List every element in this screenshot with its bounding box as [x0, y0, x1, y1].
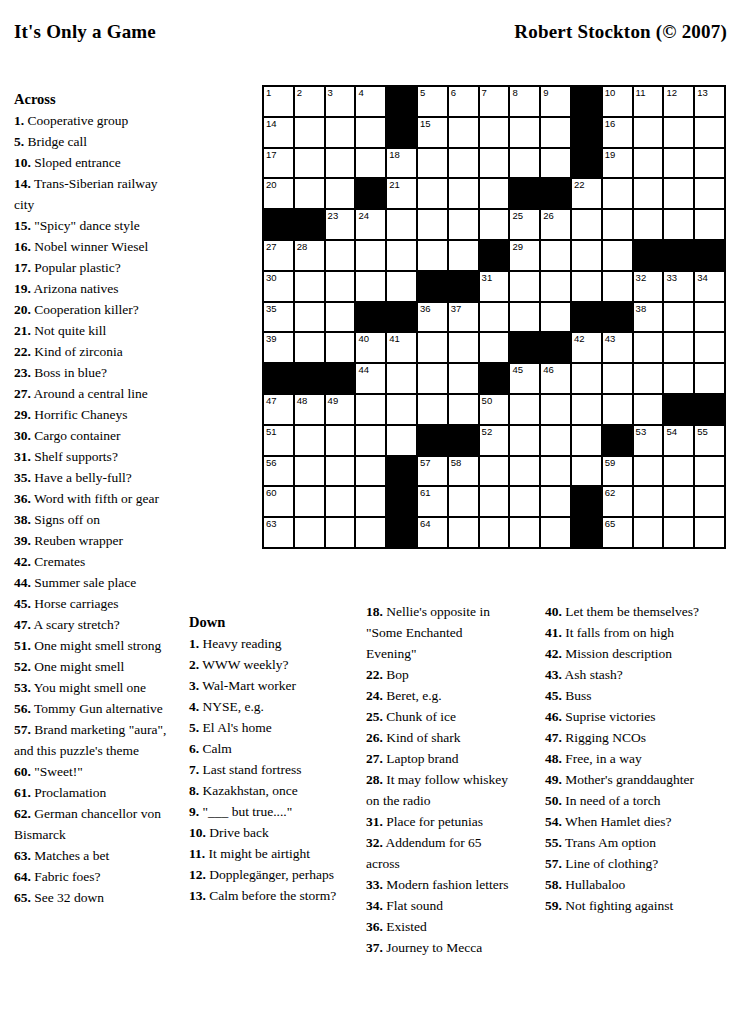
clue-number: 1. — [14, 113, 24, 128]
white-cell[interactable] — [387, 272, 416, 301]
white-cell[interactable] — [356, 487, 385, 516]
white-cell[interactable] — [387, 395, 416, 424]
clue-item: 56. Tommy Gun alternative — [14, 698, 169, 719]
clue-item: 28. It may follow whiskey on the radio — [366, 769, 516, 811]
clue-number: 6. — [189, 741, 199, 756]
clue-item: 33. Modern fashion letters — [366, 874, 516, 895]
white-cell[interactable]: 14 — [264, 118, 293, 147]
clue-text: Calm before the storm? — [209, 888, 336, 903]
white-cell[interactable] — [387, 241, 416, 270]
clue-number: 21. — [14, 323, 31, 338]
clue-text: Let them be themselves? — [565, 604, 699, 619]
white-cell[interactable] — [510, 395, 539, 424]
white-cell[interactable]: 59 — [603, 457, 632, 486]
black-cell — [387, 457, 416, 486]
white-cell[interactable]: 28 — [295, 241, 324, 270]
white-cell[interactable] — [510, 426, 539, 455]
black-cell — [418, 272, 447, 301]
clue-text: Cargo container — [34, 428, 120, 443]
cell-number: 4 — [358, 87, 363, 98]
white-cell[interactable]: 5 — [418, 87, 447, 116]
white-cell[interactable] — [541, 518, 570, 547]
black-cell — [326, 364, 355, 393]
white-cell[interactable] — [480, 487, 509, 516]
white-cell[interactable]: 24 — [356, 210, 385, 239]
cell-number: 54 — [666, 426, 677, 437]
clue-item: 2. WWW weekly? — [189, 654, 339, 675]
black-cell — [264, 210, 293, 239]
white-cell[interactable] — [356, 395, 385, 424]
white-cell[interactable]: 17 — [264, 149, 293, 178]
black-cell — [572, 87, 601, 116]
white-cell[interactable] — [480, 179, 509, 208]
white-cell[interactable]: 21 — [387, 179, 416, 208]
clue-text: Not fighting against — [565, 898, 673, 913]
white-cell[interactable] — [634, 118, 663, 147]
black-cell — [480, 364, 509, 393]
clue-number: 62. — [14, 806, 31, 821]
white-cell[interactable] — [356, 241, 385, 270]
white-cell[interactable] — [572, 426, 601, 455]
white-cell[interactable] — [295, 149, 324, 178]
white-cell[interactable] — [510, 118, 539, 147]
white-cell[interactable]: 22 — [572, 179, 601, 208]
white-cell[interactable] — [541, 426, 570, 455]
white-cell[interactable] — [295, 457, 324, 486]
clue-number: 48. — [545, 751, 562, 766]
white-cell[interactable] — [541, 272, 570, 301]
clue-text: Kazakhstan, once — [203, 783, 298, 798]
white-cell[interactable] — [449, 149, 478, 178]
white-cell[interactable] — [449, 118, 478, 147]
white-cell[interactable] — [356, 272, 385, 301]
white-cell[interactable] — [326, 457, 355, 486]
clue-number: 36. — [366, 919, 383, 934]
clue-text: It falls from on high — [565, 625, 674, 640]
white-cell[interactable]: 16 — [603, 118, 632, 147]
down-clues-column-2: 18. Nellie's opposite in "Some Enchanted… — [366, 601, 516, 958]
white-cell[interactable] — [387, 364, 416, 393]
white-cell[interactable] — [295, 333, 324, 362]
white-cell[interactable]: 2 — [295, 87, 324, 116]
cell-number: 11 — [636, 87, 646, 98]
white-cell[interactable] — [695, 457, 724, 486]
clue-text: Nobel winner Wiesel — [34, 239, 148, 254]
white-cell[interactable] — [326, 426, 355, 455]
white-cell[interactable] — [326, 518, 355, 547]
white-cell[interactable]: 35 — [264, 303, 293, 332]
white-cell[interactable]: 29 — [510, 241, 539, 270]
white-cell[interactable] — [664, 118, 693, 147]
white-cell[interactable] — [418, 241, 447, 270]
white-cell[interactable] — [449, 333, 478, 362]
clue-item: 36. Word with fifth or gear — [14, 488, 169, 509]
white-cell[interactable]: 51 — [264, 426, 293, 455]
white-cell[interactable]: 49 — [326, 395, 355, 424]
white-cell[interactable] — [418, 179, 447, 208]
white-cell[interactable]: 19 — [603, 149, 632, 178]
white-cell[interactable] — [480, 518, 509, 547]
white-cell[interactable]: 50 — [480, 395, 509, 424]
clue-text: It may follow whiskey on the radio — [366, 772, 508, 808]
white-cell[interactable] — [449, 241, 478, 270]
white-cell[interactable]: 32 — [634, 272, 663, 301]
clue-text: El Al's home — [203, 720, 272, 735]
white-cell[interactable]: 10 — [603, 87, 632, 116]
clue-number: 16. — [14, 239, 31, 254]
clue-item: 38. Signs off on — [14, 509, 169, 530]
white-cell[interactable]: 3 — [326, 87, 355, 116]
clue-item: 22. Bop — [366, 664, 516, 685]
clue-item: 8. Kazakhstan, once — [189, 780, 339, 801]
white-cell[interactable] — [664, 149, 693, 178]
clue-number: 13. — [189, 888, 206, 903]
clue-number: 19. — [14, 281, 31, 296]
white-cell[interactable] — [418, 364, 447, 393]
white-cell[interactable]: 48 — [295, 395, 324, 424]
cell-number: 42 — [574, 333, 585, 344]
white-cell[interactable] — [541, 149, 570, 178]
white-cell[interactable]: 31 — [480, 272, 509, 301]
clue-item: 3. Wal-Mart worker — [189, 675, 339, 696]
white-cell[interactable] — [295, 487, 324, 516]
clue-number: 24. — [366, 688, 383, 703]
clue-text: "Sweet!" — [34, 764, 83, 779]
white-cell[interactable]: 45 — [510, 364, 539, 393]
clue-item: 60. "Sweet!" — [14, 761, 169, 782]
white-cell[interactable]: 60 — [264, 487, 293, 516]
white-cell[interactable] — [295, 118, 324, 147]
black-cell — [449, 426, 478, 455]
white-cell[interactable] — [664, 487, 693, 516]
cell-number: 24 — [358, 210, 369, 221]
white-cell[interactable] — [326, 272, 355, 301]
white-cell[interactable] — [356, 118, 385, 147]
white-cell[interactable] — [449, 210, 478, 239]
down-clues-column-3: 40. Let them be themselves?41. It falls … — [545, 601, 717, 916]
white-cell[interactable]: 54 — [664, 426, 693, 455]
cell-number: 64 — [420, 518, 431, 529]
white-cell[interactable] — [295, 272, 324, 301]
crossword-grid: 1234567891011121314151617181920212223242… — [262, 85, 726, 549]
clue-text: "Spicy" dance style — [34, 218, 140, 233]
white-cell[interactable]: 13 — [695, 87, 724, 116]
white-cell[interactable] — [664, 210, 693, 239]
white-cell[interactable] — [603, 272, 632, 301]
white-cell[interactable] — [418, 395, 447, 424]
white-cell[interactable] — [326, 149, 355, 178]
white-cell[interactable] — [510, 149, 539, 178]
white-cell[interactable]: 4 — [356, 87, 385, 116]
black-cell — [387, 487, 416, 516]
black-cell — [418, 426, 447, 455]
clue-number: 14. — [14, 176, 31, 191]
clue-item: 10. Drive back — [189, 822, 339, 843]
white-cell[interactable]: 47 — [264, 395, 293, 424]
white-cell[interactable] — [664, 179, 693, 208]
white-cell[interactable]: 18 — [387, 149, 416, 178]
white-cell[interactable] — [664, 333, 693, 362]
white-cell[interactable]: 20 — [264, 179, 293, 208]
white-cell[interactable] — [510, 303, 539, 332]
white-cell[interactable] — [664, 364, 693, 393]
clue-item: 11. It might be airtight — [189, 843, 339, 864]
white-cell[interactable]: 56 — [264, 457, 293, 486]
cell-number: 2 — [297, 87, 302, 98]
clue-item: 5. Bridge call — [14, 131, 169, 152]
white-cell[interactable]: 6 — [449, 87, 478, 116]
white-cell[interactable]: 42 — [572, 333, 601, 362]
white-cell[interactable] — [480, 149, 509, 178]
clue-text: Mother's granddaughter — [565, 772, 694, 787]
white-cell[interactable]: 55 — [695, 426, 724, 455]
clue-text: Fabric foes? — [34, 869, 100, 884]
white-cell[interactable] — [418, 149, 447, 178]
white-cell[interactable]: 65 — [603, 518, 632, 547]
black-cell — [356, 303, 385, 332]
clue-number: 50. — [545, 793, 562, 808]
white-cell[interactable] — [480, 303, 509, 332]
white-cell[interactable]: 30 — [264, 272, 293, 301]
white-cell[interactable]: 15 — [418, 118, 447, 147]
white-cell[interactable]: 7 — [480, 87, 509, 116]
white-cell[interactable] — [449, 395, 478, 424]
white-cell[interactable]: 12 — [664, 87, 693, 116]
clue-number: 41. — [545, 625, 562, 640]
cell-number: 27 — [266, 241, 277, 252]
white-cell[interactable]: 23 — [326, 210, 355, 239]
white-cell[interactable]: 61 — [418, 487, 447, 516]
black-cell — [664, 395, 693, 424]
white-cell[interactable] — [603, 179, 632, 208]
white-cell[interactable]: 34 — [695, 272, 724, 301]
white-cell[interactable] — [634, 179, 663, 208]
white-cell[interactable]: 9 — [541, 87, 570, 116]
clue-number: 27. — [14, 386, 31, 401]
cell-number: 43 — [605, 333, 616, 344]
white-cell[interactable] — [603, 395, 632, 424]
white-cell[interactable]: 1 — [264, 87, 293, 116]
white-cell[interactable]: 43 — [603, 333, 632, 362]
clue-item: 54. When Hamlet dies? — [545, 811, 717, 832]
clue-text: Sloped entrance — [34, 155, 121, 170]
clue-number: 45. — [545, 688, 562, 703]
black-cell — [572, 518, 601, 547]
clue-text: Not quite kill — [34, 323, 106, 338]
clue-item: 44. Summer sale place — [14, 572, 169, 593]
clue-text: Kind of shark — [386, 730, 460, 745]
white-cell[interactable] — [541, 487, 570, 516]
clue-text: Heavy reading — [203, 636, 282, 651]
clue-text: Journey to Mecca — [386, 940, 482, 955]
clue-text: Laptop brand — [386, 751, 458, 766]
clue-item: 18. Nellie's opposite in "Some Enchanted… — [366, 601, 516, 664]
white-cell[interactable] — [664, 303, 693, 332]
white-cell[interactable] — [449, 518, 478, 547]
clue-number: 43. — [545, 667, 562, 682]
white-cell[interactable] — [480, 118, 509, 147]
cell-number: 57 — [420, 457, 431, 468]
white-cell[interactable]: 63 — [264, 518, 293, 547]
black-cell — [572, 149, 601, 178]
white-cell[interactable] — [695, 179, 724, 208]
white-cell[interactable] — [418, 333, 447, 362]
white-cell[interactable] — [695, 333, 724, 362]
white-cell[interactable] — [572, 395, 601, 424]
clue-text: Free, in a way — [565, 751, 641, 766]
across-header: Across — [14, 89, 169, 110]
white-cell[interactable] — [480, 333, 509, 362]
white-cell[interactable] — [634, 395, 663, 424]
white-cell[interactable] — [634, 487, 663, 516]
cell-number: 16 — [605, 118, 616, 129]
black-cell — [634, 241, 663, 270]
white-cell[interactable] — [510, 272, 539, 301]
white-cell[interactable] — [664, 457, 693, 486]
white-cell[interactable] — [356, 426, 385, 455]
clue-number: 9. — [189, 804, 199, 819]
white-cell[interactable]: 39 — [264, 333, 293, 362]
white-cell[interactable]: 53 — [634, 426, 663, 455]
clue-number: 29. — [14, 407, 31, 422]
white-cell[interactable] — [541, 303, 570, 332]
white-cell[interactable] — [356, 149, 385, 178]
white-cell[interactable] — [634, 210, 663, 239]
white-cell[interactable]: 62 — [603, 487, 632, 516]
white-cell[interactable]: 58 — [449, 457, 478, 486]
white-cell[interactable] — [510, 518, 539, 547]
black-cell — [695, 395, 724, 424]
white-cell[interactable] — [449, 487, 478, 516]
white-cell[interactable] — [572, 272, 601, 301]
white-cell[interactable]: 11 — [634, 87, 663, 116]
white-cell[interactable]: 33 — [664, 272, 693, 301]
clue-item: 42. Cremates — [14, 551, 169, 572]
white-cell[interactable] — [326, 118, 355, 147]
white-cell[interactable]: 46 — [541, 364, 570, 393]
white-cell[interactable] — [449, 179, 478, 208]
clue-text: Have a belly-full? — [34, 470, 131, 485]
white-cell[interactable]: 37 — [449, 303, 478, 332]
white-cell[interactable] — [418, 210, 447, 239]
clue-text: Place for petunias — [386, 814, 483, 829]
clue-item: 35. Have a belly-full? — [14, 467, 169, 488]
white-cell[interactable]: 26 — [541, 210, 570, 239]
white-cell[interactable] — [326, 487, 355, 516]
cell-number: 30 — [266, 272, 277, 283]
cell-number: 63 — [266, 518, 277, 529]
white-cell[interactable] — [387, 426, 416, 455]
white-cell[interactable] — [510, 457, 539, 486]
cell-number: 36 — [420, 303, 431, 314]
white-cell[interactable] — [603, 364, 632, 393]
cell-number: 9 — [543, 87, 548, 98]
clue-item: 13. Calm before the storm? — [189, 885, 339, 906]
white-cell[interactable] — [356, 518, 385, 547]
down-clue-list-1: 1. Heavy reading2. WWW weekly?3. Wal-Mar… — [189, 633, 339, 906]
cell-number: 61 — [420, 487, 431, 498]
white-cell[interactable] — [572, 210, 601, 239]
clue-item: 51. One might smell strong — [14, 635, 169, 656]
clue-number: 40. — [545, 604, 562, 619]
white-cell[interactable] — [541, 395, 570, 424]
white-cell[interactable] — [634, 364, 663, 393]
white-cell[interactable] — [326, 241, 355, 270]
white-cell[interactable] — [295, 426, 324, 455]
white-cell[interactable]: 41 — [387, 333, 416, 362]
white-cell[interactable] — [603, 241, 632, 270]
black-cell — [572, 118, 601, 147]
clue-number: 55. — [545, 835, 562, 850]
white-cell[interactable] — [695, 303, 724, 332]
white-cell[interactable]: 38 — [634, 303, 663, 332]
white-cell[interactable] — [634, 333, 663, 362]
white-cell[interactable] — [664, 518, 693, 547]
clue-number: 31. — [14, 449, 31, 464]
cell-number: 34 — [697, 272, 708, 283]
clue-text: In need of a torch — [565, 793, 660, 808]
white-cell[interactable] — [295, 518, 324, 547]
white-cell[interactable] — [326, 303, 355, 332]
white-cell[interactable]: 64 — [418, 518, 447, 547]
clue-item: 55. Trans Am option — [545, 832, 717, 853]
white-cell[interactable]: 44 — [356, 364, 385, 393]
white-cell[interactable] — [541, 457, 570, 486]
white-cell[interactable]: 40 — [356, 333, 385, 362]
white-cell[interactable]: 25 — [510, 210, 539, 239]
clue-text: Wal-Mart worker — [202, 678, 296, 693]
white-cell[interactable] — [295, 303, 324, 332]
white-cell[interactable] — [449, 364, 478, 393]
white-cell[interactable] — [695, 364, 724, 393]
white-cell[interactable] — [387, 210, 416, 239]
white-cell[interactable] — [634, 518, 663, 547]
white-cell[interactable] — [541, 118, 570, 147]
white-cell[interactable] — [634, 457, 663, 486]
white-cell[interactable] — [326, 179, 355, 208]
white-cell[interactable] — [480, 210, 509, 239]
white-cell[interactable]: 27 — [264, 241, 293, 270]
white-cell[interactable] — [326, 333, 355, 362]
clue-number: 61. — [14, 785, 31, 800]
white-cell[interactable]: 57 — [418, 457, 447, 486]
white-cell[interactable]: 36 — [418, 303, 447, 332]
white-cell[interactable] — [695, 149, 724, 178]
white-cell[interactable] — [695, 118, 724, 147]
white-cell[interactable] — [572, 364, 601, 393]
white-cell[interactable] — [572, 241, 601, 270]
white-cell[interactable]: 8 — [510, 87, 539, 116]
clue-text: Ash stash? — [565, 667, 623, 682]
clue-number: 37. — [366, 940, 383, 955]
white-cell[interactable] — [541, 241, 570, 270]
white-cell[interactable] — [695, 518, 724, 547]
cell-number: 51 — [266, 426, 277, 437]
white-cell[interactable] — [572, 457, 601, 486]
white-cell[interactable] — [295, 179, 324, 208]
white-cell[interactable] — [695, 487, 724, 516]
white-cell[interactable] — [480, 457, 509, 486]
white-cell[interactable] — [510, 487, 539, 516]
white-cell[interactable] — [603, 210, 632, 239]
clue-item: 47. A scary stretch? — [14, 614, 169, 635]
white-cell[interactable] — [634, 149, 663, 178]
white-cell[interactable] — [695, 210, 724, 239]
white-cell[interactable]: 52 — [480, 426, 509, 455]
white-cell[interactable] — [356, 457, 385, 486]
clue-item: 17. Popular plastic? — [14, 257, 169, 278]
clue-number: 20. — [14, 302, 31, 317]
